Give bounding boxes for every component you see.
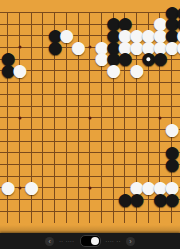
black-stone: ● <box>166 194 178 206</box>
white-stone: ● <box>26 182 38 194</box>
stone-color-toggle[interactable] <box>80 235 101 247</box>
white-stone: ● <box>14 65 26 77</box>
prev-move-button[interactable]: ‹ <box>45 237 54 246</box>
white-stone: ● <box>73 42 85 54</box>
white-stone: ● <box>178 42 180 54</box>
star-point <box>18 46 21 49</box>
black-stone: ● <box>155 53 167 65</box>
toolbar-left-caption: ·· ···· <box>59 238 74 244</box>
star-point <box>89 116 92 119</box>
white-stone: ● <box>2 182 14 194</box>
white-stone: ● <box>108 65 120 77</box>
star-point <box>89 186 92 189</box>
star-point <box>159 116 162 119</box>
toolbar-right-caption: ···· ·· <box>106 238 121 244</box>
board-bottom-shadow <box>0 225 180 233</box>
white-stone: ● <box>166 124 178 136</box>
go-board[interactable]: ●●●●●●●●●●●●●●●●●●●●●●●●●●●●●●●●●●●●●●●●… <box>0 0 180 233</box>
star-point <box>18 186 21 189</box>
next-move-button[interactable]: › <box>126 237 135 246</box>
bottom-toolbar: ‹ ·· ···· ···· ·· › <box>0 233 180 249</box>
star-point <box>89 46 92 49</box>
white-stone: ● <box>131 65 143 77</box>
black-stone: ● <box>131 194 143 206</box>
black-stone: ● <box>166 159 178 171</box>
black-stone: ● <box>49 42 61 54</box>
star-point <box>18 116 21 119</box>
white-stone-knob-icon <box>91 237 99 245</box>
last-move-marker <box>147 57 151 61</box>
go-app-screen: ●●●●●●●●●●●●●●●●●●●●●●●●●●●●●●●●●●●●●●●●… <box>0 0 180 249</box>
board-inner: ●●●●●●●●●●●●●●●●●●●●●●●●●●●●●●●●●●●●●●●●… <box>0 7 180 230</box>
